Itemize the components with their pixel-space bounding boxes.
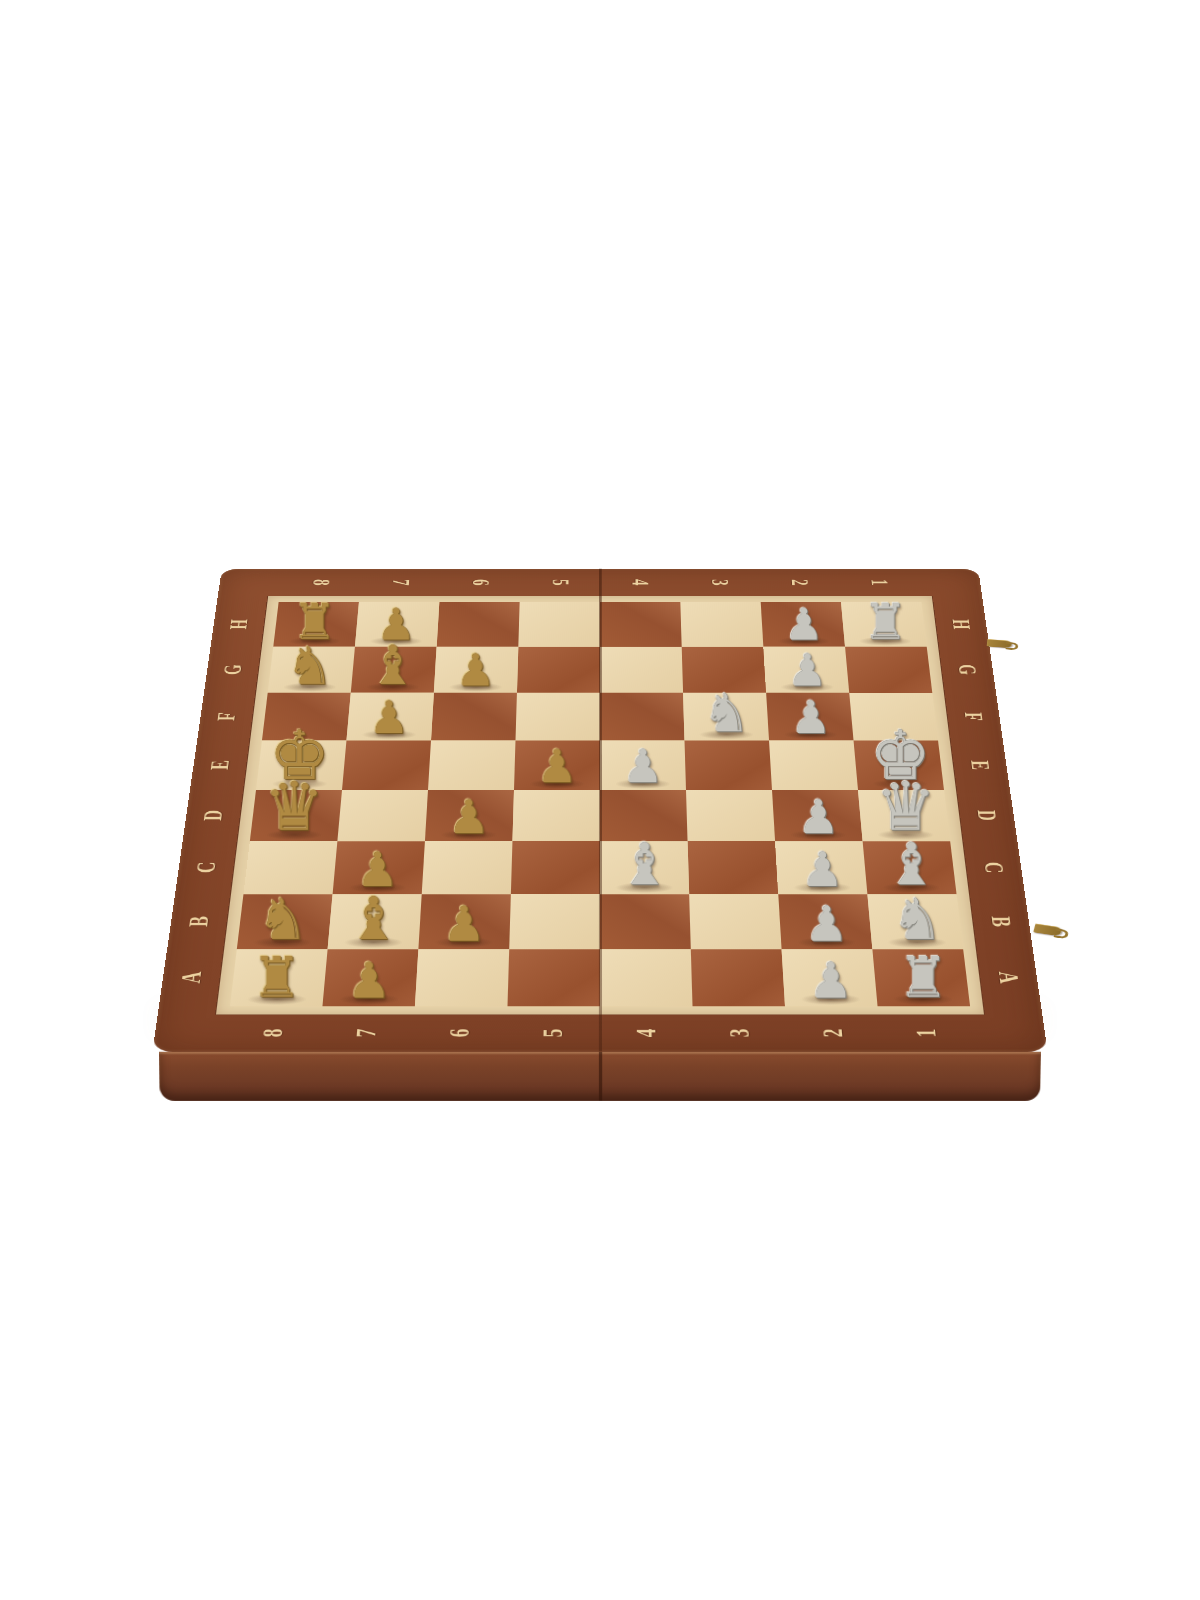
square-h5[interactable] [518, 602, 600, 647]
square-g2[interactable]: ♟ [763, 647, 849, 693]
square-a1[interactable]: ♜ [872, 949, 970, 1006]
square-f5[interactable] [515, 693, 600, 741]
piece-black-pawn-d6[interactable]: ♟ [448, 794, 490, 841]
square-g5[interactable] [517, 647, 600, 693]
coord-right-E: E [965, 760, 994, 770]
piece-white-rook-h1[interactable]: ♜ [863, 597, 907, 646]
piece-black-pawn-b6[interactable]: ♟ [442, 900, 485, 948]
piece-white-bishop-c1[interactable]: ♝ [885, 836, 937, 894]
coord-far-2: 2 [786, 579, 812, 585]
square-a6[interactable] [415, 949, 509, 1006]
piece-white-pawn-g2[interactable]: ♟ [787, 648, 827, 692]
piece-white-pawn-a2[interactable]: ♟ [809, 956, 853, 1005]
piece-black-queen-d8[interactable]: ♛ [264, 774, 324, 841]
coord-left-E: E [206, 760, 235, 770]
coord-right-G: G [953, 664, 981, 674]
piece-white-pawn-b2[interactable]: ♟ [805, 900, 848, 948]
square-d6[interactable]: ♟ [425, 790, 514, 841]
piece-black-knight-b8[interactable]: ♞ [257, 891, 308, 948]
square-h4[interactable] [600, 602, 682, 647]
coord-near-4: 4 [631, 1029, 662, 1038]
square-e5[interactable]: ♟ [514, 741, 600, 790]
square-b6[interactable]: ♟ [418, 894, 510, 949]
coord-left-A: A [176, 972, 207, 984]
piece-black-knight-g8[interactable]: ♞ [286, 640, 333, 692]
square-a3[interactable] [691, 949, 785, 1006]
square-b1[interactable]: ♞ [867, 894, 963, 949]
square-e3[interactable] [685, 741, 772, 790]
coord-right-D: D [972, 810, 1002, 821]
coord-near-3: 3 [725, 1029, 756, 1038]
coord-near-2: 2 [818, 1029, 849, 1038]
coord-near-1: 1 [911, 1029, 942, 1038]
coord-near-8: 8 [258, 1029, 289, 1038]
square-b4[interactable] [600, 894, 691, 949]
coord-left-D: D [199, 810, 229, 821]
piece-black-bishop-b7[interactable]: ♝ [347, 889, 400, 948]
square-b5[interactable] [509, 894, 600, 949]
coord-far-7: 7 [387, 579, 413, 585]
board-frame: ♜♟♟♜♞♝♟♟♟♞♟♚♟♟♚♛♟♟♛♟♝♟♝♞♝♟♟♞♜♟♟♜ HGFEDCB… [152, 569, 1047, 1052]
coord-left-H: H [225, 619, 253, 629]
coord-left-F: F [213, 712, 241, 720]
coord-left-C: C [191, 862, 221, 873]
piece-white-pawn-f2[interactable]: ♟ [791, 695, 831, 740]
piece-white-pawn-e4[interactable]: ♟ [622, 743, 663, 789]
square-c5[interactable] [511, 841, 600, 894]
square-f3[interactable]: ♞ [683, 693, 769, 741]
square-g6[interactable]: ♟ [434, 647, 518, 693]
chess-board: ♜♟♟♜♞♝♟♟♟♞♟♚♟♟♚♛♟♟♛♟♝♟♝♞♝♟♟♞♜♟♟♜ HGFEDCB… [152, 569, 1047, 1052]
square-a7[interactable]: ♟ [322, 949, 418, 1006]
square-e7[interactable] [342, 741, 431, 790]
coord-far-5: 5 [547, 579, 573, 585]
square-d8[interactable]: ♛ [250, 790, 342, 841]
coord-right-A: A [992, 972, 1023, 984]
square-c2[interactable]: ♟ [775, 841, 867, 894]
piece-black-pawn-g6[interactable]: ♟ [456, 648, 496, 692]
square-e4[interactable]: ♟ [600, 741, 686, 790]
square-f7[interactable]: ♟ [346, 693, 433, 741]
coord-right-F: F [959, 712, 987, 720]
coord-right-B: B [985, 916, 1016, 927]
square-g7[interactable]: ♝ [351, 647, 437, 693]
square-g8[interactable]: ♞ [268, 647, 355, 693]
square-e6[interactable] [428, 741, 515, 790]
piece-black-pawn-a7[interactable]: ♟ [347, 956, 391, 1005]
square-a8[interactable]: ♜ [230, 949, 328, 1006]
square-f6[interactable] [431, 693, 517, 741]
square-g4[interactable] [600, 647, 683, 693]
square-b2[interactable]: ♟ [778, 894, 872, 949]
coord-far-4: 4 [627, 579, 653, 585]
coord-near-5: 5 [538, 1029, 569, 1038]
square-d3[interactable] [686, 790, 775, 841]
coord-far-8: 8 [308, 579, 335, 585]
square-h3[interactable] [680, 602, 763, 647]
coord-near-6: 6 [445, 1029, 476, 1038]
square-c4[interactable]: ♝ [600, 841, 689, 894]
square-a2[interactable]: ♟ [782, 949, 878, 1006]
product-photo-scene: ♜♟♟♜♞♝♟♟♟♞♟♚♟♟♚♛♟♟♛♟♝♟♝♞♝♟♟♞♜♟♟♜ HGFEDCB… [0, 0, 1200, 1600]
square-d5[interactable] [512, 790, 600, 841]
square-c3[interactable] [688, 841, 779, 894]
square-a4[interactable] [600, 949, 693, 1006]
piece-black-pawn-e5[interactable]: ♟ [536, 743, 577, 789]
piece-white-bishop-c4[interactable]: ♝ [619, 836, 671, 894]
coord-left-G: G [219, 664, 247, 674]
coord-right-C: C [978, 862, 1008, 873]
square-h6[interactable] [437, 602, 520, 647]
piece-white-pawn-c2[interactable]: ♟ [801, 846, 844, 894]
square-e2[interactable] [769, 741, 858, 790]
coord-left-B: B [184, 916, 215, 927]
square-g1[interactable] [845, 647, 932, 693]
piece-white-knight-f3[interactable]: ♞ [703, 687, 751, 740]
square-d2[interactable]: ♟ [772, 790, 863, 841]
coord-right-H: H [947, 619, 975, 629]
square-f4[interactable] [600, 693, 685, 741]
piece-white-knight-b1[interactable]: ♞ [892, 891, 943, 948]
square-c6[interactable] [422, 841, 513, 894]
coord-near-7: 7 [351, 1029, 382, 1038]
square-h1[interactable]: ♜ [841, 602, 927, 647]
coord-far-6: 6 [467, 579, 493, 585]
piece-white-rook-a1[interactable]: ♜ [898, 949, 948, 1005]
coord-far-1: 1 [866, 579, 893, 585]
piece-white-pawn-d2[interactable]: ♟ [798, 794, 840, 841]
piece-black-rook-a8[interactable]: ♜ [252, 949, 302, 1005]
coord-far-3: 3 [707, 579, 733, 585]
piece-black-bishop-g7[interactable]: ♝ [368, 639, 416, 693]
piece-black-pawn-f7[interactable]: ♟ [369, 695, 409, 740]
brass-latch-hook-top-icon [987, 639, 1012, 648]
square-a5[interactable] [507, 949, 600, 1006]
brass-latch-hook-bottom-icon [1033, 924, 1062, 937]
square-b3[interactable] [689, 894, 781, 949]
square-b7[interactable]: ♝ [328, 894, 422, 949]
square-b8[interactable]: ♞ [237, 894, 333, 949]
square-d7[interactable] [337, 790, 428, 841]
square-f2[interactable]: ♟ [766, 693, 853, 741]
square-h2[interactable]: ♟ [761, 602, 845, 647]
piece-white-pawn-h2[interactable]: ♟ [784, 603, 823, 647]
board-front-edge [159, 1052, 1041, 1101]
front-edge-seam [598, 1052, 601, 1101]
